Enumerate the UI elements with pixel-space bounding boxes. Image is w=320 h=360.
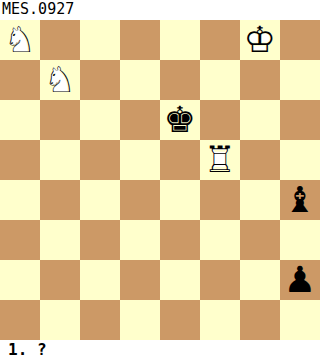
square-f8[interactable] — [200, 20, 240, 60]
black-pawn[interactable]: ♟ — [280, 260, 320, 300]
square-d1[interactable] — [120, 300, 160, 340]
square-a6[interactable] — [0, 100, 40, 140]
square-g6[interactable] — [240, 100, 280, 140]
square-d7[interactable] — [120, 60, 160, 100]
square-g8[interactable]: ♚♔ — [240, 20, 280, 60]
square-a3[interactable] — [0, 220, 40, 260]
square-c1[interactable] — [80, 300, 120, 340]
black-bishop[interactable]: ♝ — [280, 180, 320, 220]
black-king[interactable]: ♚ — [160, 100, 200, 140]
chess-puzzle-page: MES.0927 ♞♘♚♔♞♘♚♜♖♝♟ 1. ? — [0, 0, 320, 360]
square-f3[interactable] — [200, 220, 240, 260]
square-b7[interactable]: ♞♘ — [40, 60, 80, 100]
square-g5[interactable] — [240, 140, 280, 180]
square-d4[interactable] — [120, 180, 160, 220]
square-g4[interactable] — [240, 180, 280, 220]
square-b2[interactable] — [40, 260, 80, 300]
square-e7[interactable] — [160, 60, 200, 100]
square-c2[interactable] — [80, 260, 120, 300]
square-c4[interactable] — [80, 180, 120, 220]
square-e8[interactable] — [160, 20, 200, 60]
square-b6[interactable] — [40, 100, 80, 140]
white-knight[interactable]: ♞♘ — [40, 60, 80, 100]
square-f1[interactable] — [200, 300, 240, 340]
square-g1[interactable] — [240, 300, 280, 340]
square-c3[interactable] — [80, 220, 120, 260]
square-d6[interactable] — [120, 100, 160, 140]
square-e1[interactable] — [160, 300, 200, 340]
square-d2[interactable] — [120, 260, 160, 300]
move-prompt: 1. ? — [0, 340, 320, 360]
chess-board: ♞♘♚♔♞♘♚♜♖♝♟ — [0, 20, 320, 340]
square-c5[interactable] — [80, 140, 120, 180]
square-a2[interactable] — [0, 260, 40, 300]
square-h2[interactable]: ♟ — [280, 260, 320, 300]
square-h8[interactable] — [280, 20, 320, 60]
square-b1[interactable] — [40, 300, 80, 340]
square-d3[interactable] — [120, 220, 160, 260]
square-h7[interactable] — [280, 60, 320, 100]
square-b5[interactable] — [40, 140, 80, 180]
square-f5[interactable]: ♜♖ — [200, 140, 240, 180]
square-h3[interactable] — [280, 220, 320, 260]
puzzle-id: MES.0927 — [0, 0, 320, 20]
square-b8[interactable] — [40, 20, 80, 60]
square-a8[interactable]: ♞♘ — [0, 20, 40, 60]
square-c8[interactable] — [80, 20, 120, 60]
white-king[interactable]: ♚♔ — [240, 20, 280, 60]
square-c7[interactable] — [80, 60, 120, 100]
square-f6[interactable] — [200, 100, 240, 140]
square-e3[interactable] — [160, 220, 200, 260]
square-c6[interactable] — [80, 100, 120, 140]
square-h6[interactable] — [280, 100, 320, 140]
square-g7[interactable] — [240, 60, 280, 100]
square-d8[interactable] — [120, 20, 160, 60]
white-rook[interactable]: ♜♖ — [200, 140, 240, 180]
square-h5[interactable] — [280, 140, 320, 180]
square-e6[interactable]: ♚ — [160, 100, 200, 140]
square-a5[interactable] — [0, 140, 40, 180]
square-e2[interactable] — [160, 260, 200, 300]
square-h4[interactable]: ♝ — [280, 180, 320, 220]
square-h1[interactable] — [280, 300, 320, 340]
square-f2[interactable] — [200, 260, 240, 300]
square-g2[interactable] — [240, 260, 280, 300]
square-a1[interactable] — [0, 300, 40, 340]
white-knight[interactable]: ♞♘ — [0, 20, 40, 60]
square-f4[interactable] — [200, 180, 240, 220]
square-f7[interactable] — [200, 60, 240, 100]
square-a7[interactable] — [0, 60, 40, 100]
square-d5[interactable] — [120, 140, 160, 180]
square-e5[interactable] — [160, 140, 200, 180]
square-g3[interactable] — [240, 220, 280, 260]
square-a4[interactable] — [0, 180, 40, 220]
square-b3[interactable] — [40, 220, 80, 260]
square-b4[interactable] — [40, 180, 80, 220]
square-e4[interactable] — [160, 180, 200, 220]
